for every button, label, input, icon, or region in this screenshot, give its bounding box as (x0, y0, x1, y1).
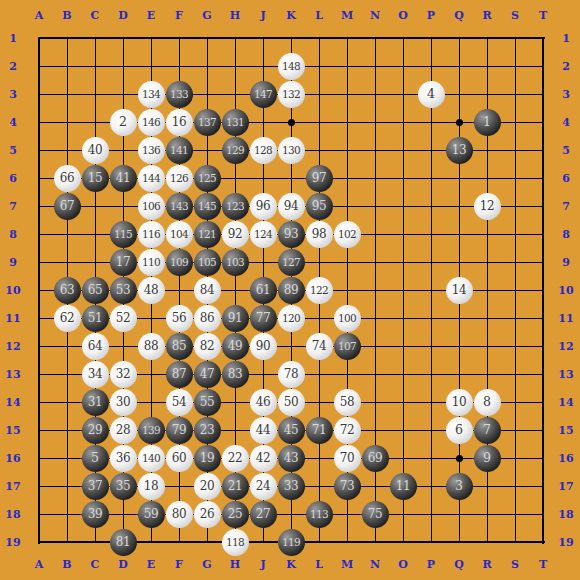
stone-white-10: 10 (446, 389, 473, 416)
coord-label-bottom-D: D (118, 559, 128, 570)
stone-black-13: 13 (446, 137, 473, 164)
coord-label-left-5: 5 (9, 145, 17, 156)
stone-black-107: 107 (334, 333, 361, 360)
stone-white-130: 130 (278, 137, 305, 164)
stone-white-28: 28 (110, 417, 137, 444)
stone-white-44: 44 (250, 417, 277, 444)
stone-white-132: 132 (278, 81, 305, 108)
stone-black-45: 45 (278, 417, 305, 444)
stone-white-24: 24 (250, 473, 277, 500)
coord-label-bottom-E: E (147, 559, 155, 570)
stone-black-37: 37 (82, 473, 109, 500)
stone-black-125: 125 (194, 165, 221, 192)
stone-white-102: 102 (334, 221, 361, 248)
stone-black-91: 91 (222, 305, 249, 332)
stone-black-103: 103 (222, 249, 249, 276)
stone-white-20: 20 (194, 473, 221, 500)
stone-black-49: 49 (222, 333, 249, 360)
stone-white-110: 110 (138, 249, 165, 276)
stone-white-34: 34 (82, 361, 109, 388)
stone-white-84: 84 (194, 277, 221, 304)
stone-white-80: 80 (166, 501, 193, 528)
stone-white-2: 2 (110, 109, 137, 136)
stone-black-25: 25 (222, 501, 249, 528)
stone-black-105: 105 (194, 249, 221, 276)
coord-label-bottom-H: H (230, 559, 240, 570)
stone-black-81: 81 (110, 529, 137, 556)
stone-white-8: 8 (474, 389, 501, 416)
coord-label-top-T: T (539, 10, 547, 21)
coord-label-top-L: L (315, 10, 323, 21)
stone-white-70: 70 (334, 445, 361, 472)
stone-white-140: 140 (138, 445, 165, 472)
stone-black-35: 35 (110, 473, 137, 500)
go-board-diagram: AABBCCDDEEFFGGHHJJKKLLMMNNOOPPQQRRSSTT11… (0, 0, 580, 580)
stone-black-147: 147 (250, 81, 277, 108)
coord-label-left-2: 2 (9, 61, 17, 72)
stone-white-30: 30 (110, 389, 137, 416)
coord-label-top-E: E (147, 10, 155, 21)
stone-black-119: 119 (278, 529, 305, 556)
stone-white-6: 6 (446, 417, 473, 444)
stone-black-97: 97 (306, 165, 333, 192)
stone-black-61: 61 (250, 277, 277, 304)
stone-white-94: 94 (278, 193, 305, 220)
stone-black-11: 11 (390, 473, 417, 500)
coord-label-left-9: 9 (9, 257, 17, 268)
coord-label-right-17: 17 (558, 481, 573, 492)
coord-label-right-15: 15 (558, 425, 573, 436)
stone-white-146: 146 (138, 109, 165, 136)
stone-white-56: 56 (166, 305, 193, 332)
stone-white-128: 128 (250, 137, 277, 164)
coord-label-top-O: O (398, 10, 408, 21)
stone-black-77: 77 (250, 305, 277, 332)
stone-black-83: 83 (222, 361, 249, 388)
stone-white-48: 48 (138, 277, 165, 304)
coord-label-left-12: 12 (5, 341, 20, 352)
coord-label-left-1: 1 (9, 33, 17, 44)
stone-black-9: 9 (474, 445, 501, 472)
coord-label-right-12: 12 (558, 341, 573, 352)
coord-label-bottom-G: G (202, 559, 211, 570)
stone-white-106: 106 (138, 193, 165, 220)
coord-label-bottom-F: F (175, 559, 183, 570)
coord-label-right-8: 8 (562, 229, 570, 240)
stone-white-54: 54 (166, 389, 193, 416)
stone-black-47: 47 (194, 361, 221, 388)
coord-label-bottom-L: L (315, 559, 323, 570)
stone-white-12: 12 (474, 193, 501, 220)
stone-black-141: 141 (166, 137, 193, 164)
coord-label-right-19: 19 (558, 537, 573, 548)
coord-label-right-18: 18 (558, 509, 573, 520)
stone-black-123: 123 (222, 193, 249, 220)
coord-label-left-18: 18 (5, 509, 20, 520)
coord-label-bottom-A: A (35, 559, 44, 570)
stone-black-113: 113 (306, 501, 333, 528)
stone-white-36: 36 (110, 445, 137, 472)
stone-white-46: 46 (250, 389, 277, 416)
stone-black-131: 131 (222, 109, 249, 136)
coord-label-right-16: 16 (558, 453, 573, 464)
stone-black-23: 23 (194, 417, 221, 444)
stone-black-27: 27 (250, 501, 277, 528)
stone-white-118: 118 (222, 529, 249, 556)
coord-label-top-S: S (511, 10, 519, 21)
stone-white-4: 4 (418, 81, 445, 108)
coord-label-left-7: 7 (9, 201, 17, 212)
stone-black-93: 93 (278, 221, 305, 248)
coord-label-top-K: K (286, 10, 296, 21)
coord-label-left-15: 15 (5, 425, 20, 436)
stone-white-74: 74 (306, 333, 333, 360)
star-point-icon (456, 119, 463, 126)
coord-label-top-P: P (427, 10, 435, 21)
stone-white-18: 18 (138, 473, 165, 500)
stone-black-41: 41 (110, 165, 137, 192)
stone-black-69: 69 (362, 445, 389, 472)
coord-label-left-16: 16 (5, 453, 20, 464)
coord-label-left-17: 17 (5, 481, 20, 492)
coord-label-left-4: 4 (9, 117, 17, 128)
stone-black-21: 21 (222, 473, 249, 500)
coord-label-top-C: C (91, 10, 100, 21)
coord-label-top-Q: Q (454, 10, 464, 21)
stone-black-31: 31 (82, 389, 109, 416)
stone-black-5: 5 (82, 445, 109, 472)
stone-black-121: 121 (194, 221, 221, 248)
stone-white-14: 14 (446, 277, 473, 304)
coord-label-bottom-O: O (398, 559, 408, 570)
coord-label-top-B: B (62, 10, 71, 21)
stone-white-126: 126 (166, 165, 193, 192)
coord-label-left-6: 6 (9, 173, 17, 184)
coord-label-top-J: J (260, 10, 265, 21)
stone-black-19: 19 (194, 445, 221, 472)
coord-label-bottom-Q: Q (454, 559, 464, 570)
stone-white-64: 64 (82, 333, 109, 360)
stone-black-71: 71 (306, 417, 333, 444)
coord-label-top-A: A (35, 10, 44, 21)
coord-label-top-M: M (341, 10, 353, 21)
coord-label-top-H: H (230, 10, 240, 21)
stone-white-88: 88 (138, 333, 165, 360)
stone-white-42: 42 (250, 445, 277, 472)
coord-label-left-19: 19 (5, 537, 20, 548)
coord-label-bottom-P: P (427, 559, 435, 570)
coord-label-left-13: 13 (5, 369, 20, 380)
stone-black-3: 3 (446, 473, 473, 500)
coord-label-right-2: 2 (562, 61, 570, 72)
stone-black-51: 51 (82, 305, 109, 332)
coord-label-right-1: 1 (562, 33, 570, 44)
stone-white-52: 52 (110, 305, 137, 332)
coord-label-bottom-N: N (370, 559, 380, 570)
stone-white-122: 122 (306, 277, 333, 304)
stone-black-43: 43 (278, 445, 305, 472)
stone-black-55: 55 (194, 389, 221, 416)
stone-white-60: 60 (166, 445, 193, 472)
stone-black-33: 33 (278, 473, 305, 500)
coord-label-bottom-S: S (511, 559, 519, 570)
coord-label-right-7: 7 (562, 201, 570, 212)
go-board[interactable]: 1234567891011121314151617181920212223242… (25, 24, 557, 556)
coord-label-right-3: 3 (562, 89, 570, 100)
stone-black-29: 29 (82, 417, 109, 444)
coord-label-left-10: 10 (5, 285, 20, 296)
coord-label-left-8: 8 (9, 229, 17, 240)
stone-white-66: 66 (54, 165, 81, 192)
stone-white-50: 50 (278, 389, 305, 416)
stone-white-62: 62 (54, 305, 81, 332)
star-point-icon (288, 119, 295, 126)
stone-black-137: 137 (194, 109, 221, 136)
stone-black-133: 133 (166, 81, 193, 108)
coord-label-right-4: 4 (562, 117, 570, 128)
stone-white-116: 116 (138, 221, 165, 248)
stone-black-85: 85 (166, 333, 193, 360)
stone-white-22: 22 (222, 445, 249, 472)
stone-white-104: 104 (166, 221, 193, 248)
stone-white-90: 90 (250, 333, 277, 360)
stone-black-53: 53 (110, 277, 137, 304)
stone-black-109: 109 (166, 249, 193, 276)
stone-white-100: 100 (334, 305, 361, 332)
coord-label-top-G: G (202, 10, 211, 21)
coord-label-right-14: 14 (558, 397, 573, 408)
stone-black-143: 143 (166, 193, 193, 220)
stone-black-79: 79 (166, 417, 193, 444)
stone-white-32: 32 (110, 361, 137, 388)
coord-label-bottom-T: T (539, 559, 547, 570)
stone-white-134: 134 (138, 81, 165, 108)
stone-black-89: 89 (278, 277, 305, 304)
coord-label-right-10: 10 (558, 285, 573, 296)
coord-label-bottom-B: B (62, 559, 71, 570)
stone-white-144: 144 (138, 165, 165, 192)
stone-white-96: 96 (250, 193, 277, 220)
stone-white-92: 92 (222, 221, 249, 248)
stone-white-120: 120 (278, 305, 305, 332)
stone-black-67: 67 (54, 193, 81, 220)
stone-black-127: 127 (278, 249, 305, 276)
stone-black-7: 7 (474, 417, 501, 444)
stone-white-26: 26 (194, 501, 221, 528)
coord-label-top-N: N (370, 10, 380, 21)
stone-black-129: 129 (222, 137, 249, 164)
coord-label-left-3: 3 (9, 89, 17, 100)
stone-black-139: 139 (138, 417, 165, 444)
stone-black-87: 87 (166, 361, 193, 388)
stone-black-17: 17 (110, 249, 137, 276)
coord-label-bottom-C: C (91, 559, 100, 570)
stone-black-39: 39 (82, 501, 109, 528)
coord-label-right-11: 11 (558, 313, 573, 324)
stone-black-15: 15 (82, 165, 109, 192)
stone-white-72: 72 (334, 417, 361, 444)
stone-black-145: 145 (194, 193, 221, 220)
stone-white-148: 148 (278, 53, 305, 80)
coord-label-left-14: 14 (5, 397, 20, 408)
coord-label-top-F: F (175, 10, 183, 21)
coord-label-right-13: 13 (558, 369, 573, 380)
coord-label-bottom-J: J (260, 559, 265, 570)
stone-black-1: 1 (474, 109, 501, 136)
coord-label-left-11: 11 (5, 313, 20, 324)
stone-white-78: 78 (278, 361, 305, 388)
stone-black-63: 63 (54, 277, 81, 304)
stone-white-86: 86 (194, 305, 221, 332)
stone-white-82: 82 (194, 333, 221, 360)
stone-black-115: 115 (110, 221, 137, 248)
stone-black-59: 59 (138, 501, 165, 528)
stone-white-16: 16 (166, 109, 193, 136)
coord-label-bottom-K: K (286, 559, 296, 570)
stone-white-58: 58 (334, 389, 361, 416)
coord-label-bottom-M: M (341, 559, 353, 570)
coord-label-top-D: D (118, 10, 128, 21)
coord-label-right-6: 6 (562, 173, 570, 184)
stone-black-95: 95 (306, 193, 333, 220)
star-point-icon (456, 455, 463, 462)
stone-white-136: 136 (138, 137, 165, 164)
coord-label-right-5: 5 (562, 145, 570, 156)
coord-label-right-9: 9 (562, 257, 570, 268)
stone-white-40: 40 (82, 137, 109, 164)
stone-black-75: 75 (362, 501, 389, 528)
coord-label-bottom-R: R (482, 559, 491, 570)
stone-white-98: 98 (306, 221, 333, 248)
stone-black-73: 73 (334, 473, 361, 500)
stone-white-124: 124 (250, 221, 277, 248)
coord-label-top-R: R (482, 10, 491, 21)
stone-black-65: 65 (82, 277, 109, 304)
